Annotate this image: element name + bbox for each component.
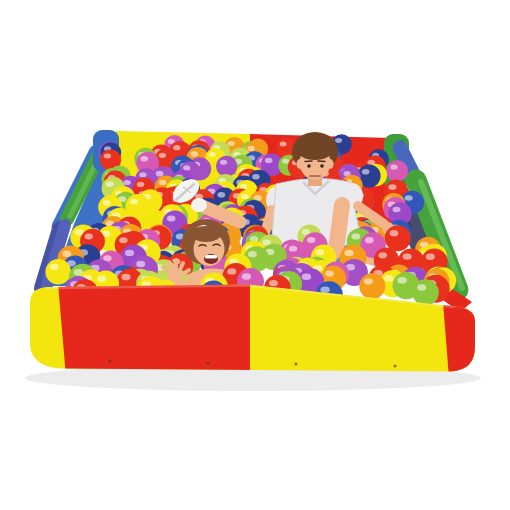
boy-hair-fringe: [297, 138, 334, 160]
vent-dot-3: [294, 362, 297, 365]
front-wall-red-corner: [443, 302, 478, 378]
ball-pit-photo: [0, 0, 510, 510]
ball: [216, 156, 237, 177]
boy-eye-left: [307, 164, 311, 168]
vent-dot-4: [393, 364, 396, 367]
ball: [412, 279, 438, 305]
boy-eye-right: [320, 164, 324, 168]
ball: [386, 160, 408, 182]
boy-brow-left: [305, 161, 312, 162]
boy-knee: [336, 205, 342, 250]
ball: [385, 225, 411, 251]
girl-teeth: [205, 255, 217, 259]
boy-brow-right: [318, 161, 325, 162]
ball: [359, 273, 385, 299]
vent-dot-2: [206, 361, 209, 364]
girl-hair-fringe: [191, 226, 221, 242]
vent-dot-1: [108, 359, 111, 362]
ball-pit-scene: [0, 0, 510, 510]
girl-sock: [191, 198, 207, 212]
ball: [45, 259, 71, 285]
front-wall-red-panel: [58, 283, 250, 377]
